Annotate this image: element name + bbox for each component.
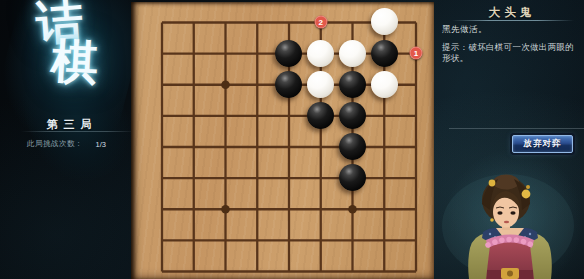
round-label: 第三局 [0, 117, 138, 132]
board-cell[interactable] [400, 255, 432, 279]
board-cell[interactable] [178, 224, 210, 255]
board-cell[interactable] [146, 6, 178, 37]
black-stone [339, 71, 366, 98]
board-cell[interactable] [210, 224, 242, 255]
board-cell[interactable] [368, 162, 400, 193]
board-cell[interactable] [146, 255, 178, 279]
board-cell[interactable] [241, 131, 273, 162]
board-cell[interactable] [210, 193, 242, 224]
board-cell[interactable] [178, 162, 210, 193]
board-cell[interactable] [273, 255, 305, 279]
challenge-count-row: 此局挑战次数： 1/3 [27, 139, 106, 149]
puzzle-title-underline [452, 20, 574, 21]
board-cell[interactable] [368, 38, 400, 69]
go-board: 21 [131, 2, 434, 279]
black-stone [339, 102, 366, 129]
board-cell[interactable] [210, 6, 242, 37]
mode-title-char-2: 棋 [50, 37, 99, 86]
objective-text: 黑先做活。 [442, 24, 487, 36]
board-cell[interactable] [210, 100, 242, 131]
board-cells: 21 [146, 6, 432, 279]
black-stone [275, 40, 302, 67]
board-cell[interactable] [400, 69, 432, 100]
board-cell[interactable] [400, 162, 432, 193]
challenge-count-label: 此局挑战次数： [27, 139, 83, 149]
board-cell[interactable] [241, 69, 273, 100]
white-stone [307, 40, 334, 67]
board-cell[interactable] [273, 224, 305, 255]
board-cell[interactable] [368, 69, 400, 100]
board-cell[interactable]: 1 [400, 38, 432, 69]
board-cell[interactable] [305, 224, 337, 255]
board-cell[interactable] [305, 69, 337, 100]
board-cell[interactable] [178, 100, 210, 131]
board-cell[interactable] [241, 38, 273, 69]
board-cell[interactable] [337, 100, 369, 131]
board-cell[interactable] [210, 38, 242, 69]
board-cell[interactable] [273, 100, 305, 131]
board-cell[interactable] [305, 131, 337, 162]
challenge-count-value: 1/3 [96, 140, 106, 149]
board-cell[interactable] [241, 224, 273, 255]
board-cell[interactable] [400, 100, 432, 131]
board-cell[interactable] [337, 131, 369, 162]
board-cell[interactable] [368, 224, 400, 255]
board-cell[interactable] [305, 193, 337, 224]
board-cell[interactable] [241, 6, 273, 37]
board-cell[interactable] [400, 131, 432, 162]
board-cell[interactable] [273, 38, 305, 69]
white-stone [371, 8, 398, 35]
black-stone [339, 133, 366, 160]
board-cell[interactable] [368, 131, 400, 162]
move-marker: 2 [314, 15, 327, 28]
board-cell[interactable] [400, 193, 432, 224]
board-cell[interactable] [400, 6, 432, 37]
hint-text: 提示：破坏白棋可一次做出两眼的形状。 [442, 42, 578, 64]
black-stone [307, 102, 334, 129]
left-panel-divider [21, 131, 135, 132]
white-stone [339, 40, 366, 67]
board-cell[interactable] [210, 69, 242, 100]
right-panel-divider [449, 128, 584, 129]
board-cell[interactable]: 2 [305, 6, 337, 37]
board-cell[interactable] [146, 38, 178, 69]
board-cell[interactable] [146, 224, 178, 255]
black-stone [371, 40, 398, 67]
board-cell[interactable] [337, 255, 369, 279]
board-cell[interactable] [337, 224, 369, 255]
board-cell[interactable] [305, 162, 337, 193]
board-cell[interactable] [146, 100, 178, 131]
board-cell[interactable] [273, 162, 305, 193]
board-cell[interactable] [210, 131, 242, 162]
board-cell[interactable] [178, 131, 210, 162]
board-cell[interactable] [273, 193, 305, 224]
black-stone [339, 164, 366, 191]
board-cell[interactable] [368, 255, 400, 279]
board-cell[interactable] [400, 224, 432, 255]
board-cell[interactable] [273, 69, 305, 100]
puzzle-title: 大头鬼 [437, 5, 583, 20]
board-cell[interactable] [178, 255, 210, 279]
board-cell[interactable] [146, 131, 178, 162]
board-cell[interactable] [337, 162, 369, 193]
board-cell[interactable] [241, 100, 273, 131]
board-cell[interactable] [210, 162, 242, 193]
board-cell[interactable] [305, 38, 337, 69]
white-stone [371, 71, 398, 98]
board-cell[interactable] [178, 38, 210, 69]
board-cell[interactable] [273, 6, 305, 37]
white-stone [307, 71, 334, 98]
board-cell[interactable] [368, 193, 400, 224]
board-cell[interactable] [337, 193, 369, 224]
board-cell[interactable] [146, 69, 178, 100]
board-cell[interactable] [337, 69, 369, 100]
board-cell[interactable] [368, 100, 400, 131]
npc-portrait [440, 168, 584, 279]
board-cell[interactable] [146, 193, 178, 224]
board-cell[interactable] [210, 255, 242, 279]
board-cell[interactable] [241, 162, 273, 193]
board-cell[interactable] [178, 69, 210, 100]
board-cell[interactable] [146, 162, 178, 193]
board-cell[interactable] [241, 255, 273, 279]
game-screen: 诘 棋 第三局 此局挑战次数： 1/3 21 大头鬼 黑先做活。 提示：破坏白棋… [0, 0, 584, 279]
board-cell[interactable] [241, 193, 273, 224]
board-cell[interactable] [368, 6, 400, 37]
black-stone [275, 71, 302, 98]
board-cell[interactable] [273, 131, 305, 162]
board-cell[interactable] [305, 255, 337, 279]
board-cell[interactable] [337, 38, 369, 69]
board-cell[interactable] [337, 6, 369, 37]
board-cell[interactable] [305, 100, 337, 131]
move-marker: 1 [410, 47, 423, 60]
board-cell[interactable] [178, 6, 210, 37]
board-cell[interactable] [178, 193, 210, 224]
